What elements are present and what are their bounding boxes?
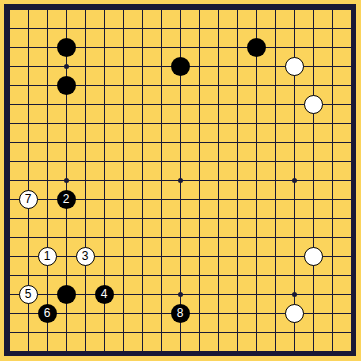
star-point-k10 bbox=[178, 178, 183, 183]
stone-white-r6[interactable] bbox=[304, 247, 323, 266]
stone-black-o17[interactable] bbox=[247, 38, 266, 57]
go-board[interactable]: 24681357 bbox=[0, 0, 361, 361]
stone-black-d15[interactable] bbox=[57, 76, 76, 95]
grid-line-vertical bbox=[275, 9, 277, 352]
grid-line-vertical bbox=[351, 9, 353, 352]
star-point-q10 bbox=[292, 178, 297, 183]
grid-line-horizontal bbox=[9, 275, 352, 277]
stone-white-q3[interactable] bbox=[285, 304, 304, 323]
grid-line-vertical bbox=[218, 9, 220, 352]
star-point-d10 bbox=[64, 178, 69, 183]
stone-black-c3[interactable]: 6 bbox=[38, 304, 57, 323]
stone-white-q16[interactable] bbox=[285, 57, 304, 76]
grid-line-horizontal bbox=[9, 332, 352, 334]
grid-line-horizontal bbox=[9, 218, 352, 220]
star-point-k4 bbox=[178, 292, 183, 297]
stone-black-d17[interactable] bbox=[57, 38, 76, 57]
stone-black-k16[interactable] bbox=[171, 57, 190, 76]
stone-black-f4[interactable]: 4 bbox=[95, 285, 114, 304]
grid-line-vertical bbox=[256, 9, 258, 352]
stone-white-b4[interactable]: 5 bbox=[19, 285, 38, 304]
stone-white-c6[interactable]: 1 bbox=[38, 247, 57, 266]
stone-black-d9[interactable]: 2 bbox=[57, 190, 76, 209]
stone-black-k3[interactable]: 8 bbox=[171, 304, 190, 323]
star-point-q4 bbox=[292, 292, 297, 297]
stone-white-b9[interactable]: 7 bbox=[19, 190, 38, 209]
star-point-d16 bbox=[64, 64, 69, 69]
grid-line-vertical bbox=[199, 9, 201, 352]
grid-line-horizontal bbox=[9, 237, 352, 239]
stone-white-e6[interactable]: 3 bbox=[76, 247, 95, 266]
grid-line-vertical bbox=[332, 9, 334, 352]
grid-line-horizontal bbox=[9, 256, 352, 258]
stone-white-r14[interactable] bbox=[304, 95, 323, 114]
grid-line-horizontal bbox=[9, 351, 352, 353]
stone-black-d4[interactable] bbox=[57, 285, 76, 304]
grid-line-vertical bbox=[313, 9, 315, 352]
grid-line-vertical bbox=[237, 9, 239, 352]
